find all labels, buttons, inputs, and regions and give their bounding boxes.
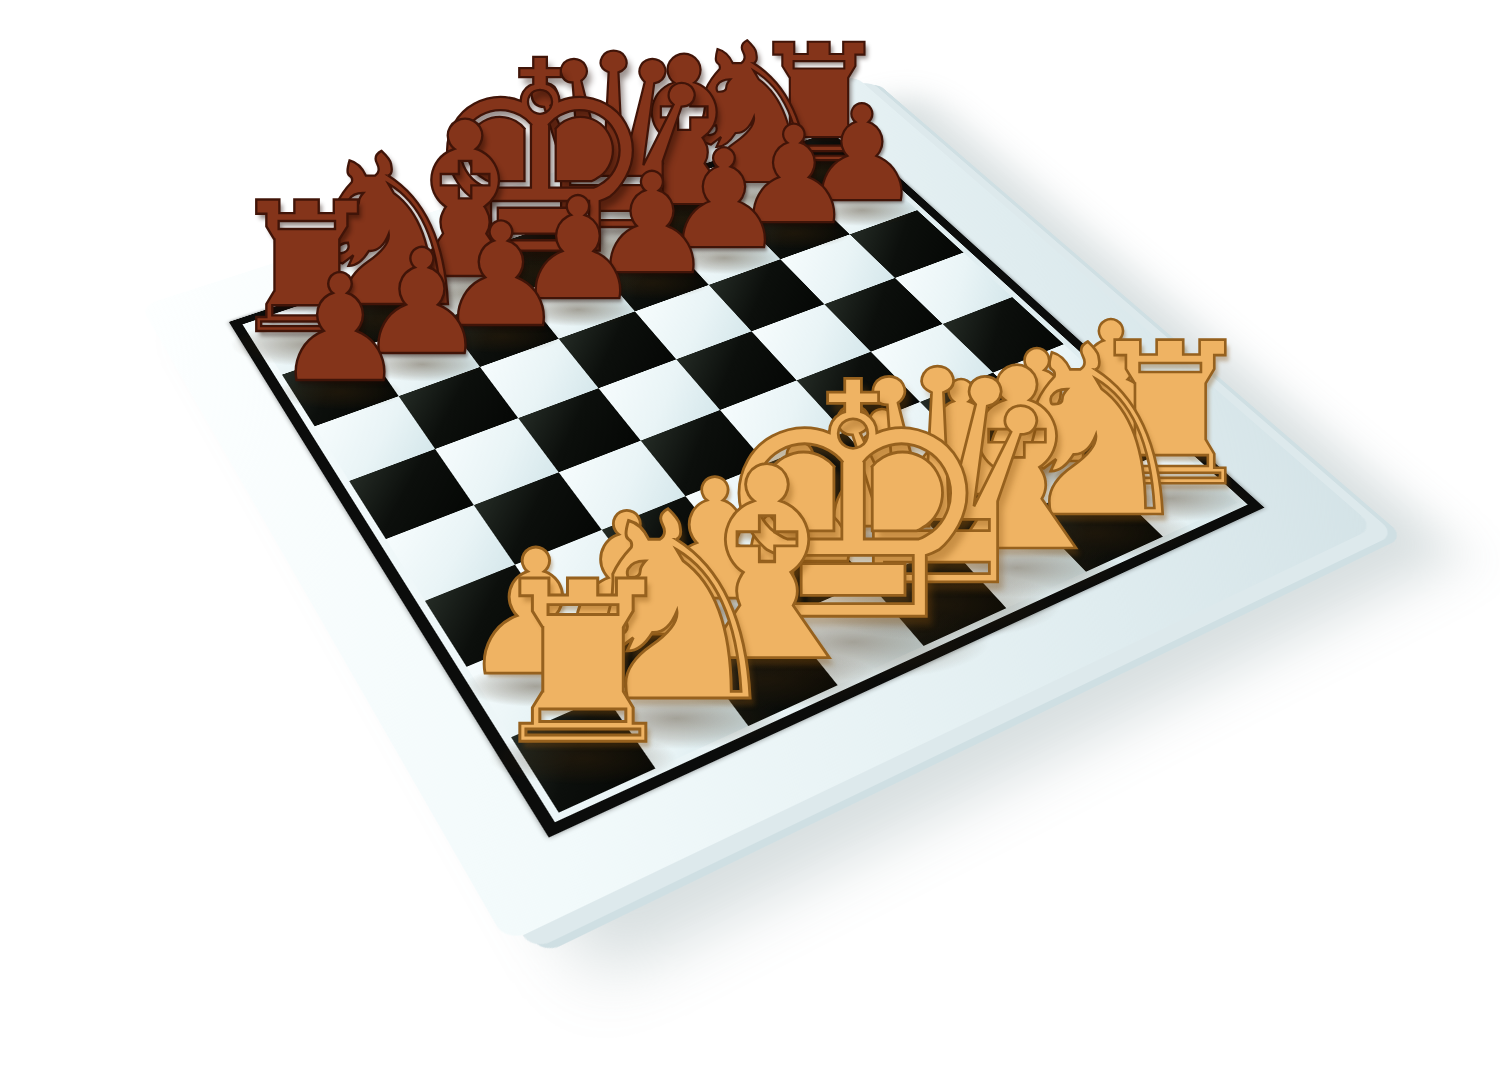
piece-black-pawn-h7[interactable]: ♟ bbox=[274, 255, 407, 403]
chess-set-photo: ♜♞♝♛♚♝♞♜♟♟♟♟♟♟♟♟♟♟♟♟♟♟♟♟♜♞♝♛♚♝♞♜ bbox=[0, 0, 1500, 1082]
white-rook-glyph: ♜ bbox=[483, 552, 684, 776]
piece-white-rook-h1[interactable]: ♜ bbox=[483, 552, 684, 776]
black-pawn-glyph: ♟ bbox=[274, 255, 407, 403]
